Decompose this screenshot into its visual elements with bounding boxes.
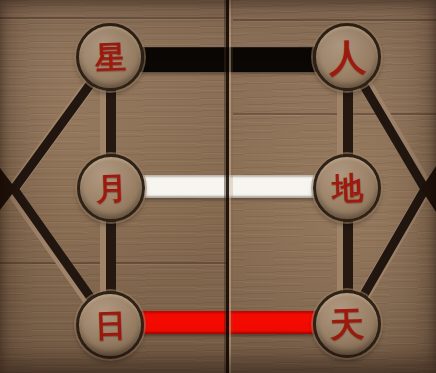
node-di-glyph: 地 <box>331 172 363 204</box>
puzzle-board: 星 人 月 地 日 天 <box>0 0 436 373</box>
node-ri-sun[interactable]: 日 <box>76 291 144 359</box>
node-xing-star[interactable]: 星 <box>76 23 144 91</box>
node-ri-glyph: 日 <box>94 309 126 341</box>
node-tian-glyph: 天 <box>329 306 364 341</box>
node-ren-glyph: 人 <box>328 38 366 76</box>
node-xing-glyph: 星 <box>94 41 126 73</box>
panel-seam <box>224 0 233 373</box>
node-di-earth[interactable]: 地 <box>313 154 381 222</box>
left-corner-wedge <box>0 168 16 210</box>
node-yue-glyph: 月 <box>95 172 127 204</box>
node-ren-man[interactable]: 人 <box>313 23 381 91</box>
node-tian-heaven[interactable]: 天 <box>313 290 381 358</box>
node-yue-moon[interactable]: 月 <box>77 154 145 222</box>
